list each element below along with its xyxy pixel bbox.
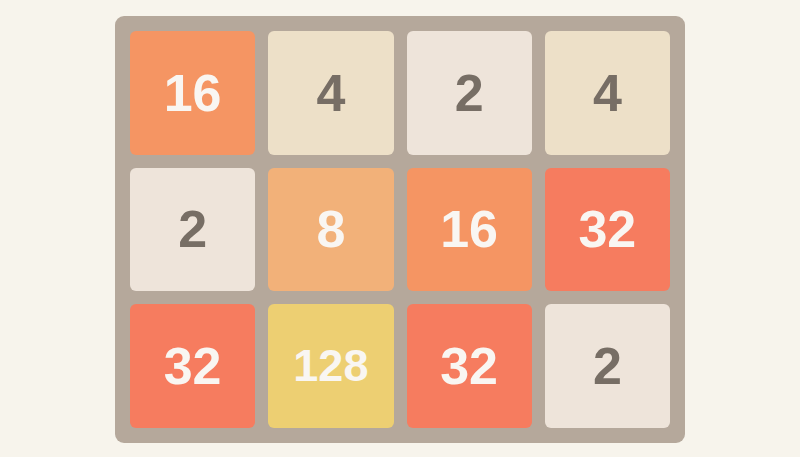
tile-r0c3: 4	[545, 31, 670, 155]
tile-r2c2: 32	[407, 304, 532, 428]
tile-r1c3: 32	[545, 168, 670, 292]
tile-grid: 16 4 2 4 2 8 16 32 32 128 32 2	[130, 31, 670, 428]
tile-r2c3: 2	[545, 304, 670, 428]
tile-r2c1: 128	[268, 304, 393, 428]
tile-r0c1: 4	[268, 31, 393, 155]
tile-r1c0: 2	[130, 168, 255, 292]
tile-r2c0: 32	[130, 304, 255, 428]
tile-r0c2: 2	[407, 31, 532, 155]
tile-r1c1: 8	[268, 168, 393, 292]
tile-r0c0: 16	[130, 31, 255, 155]
tile-r1c2: 16	[407, 168, 532, 292]
game-board-2048[interactable]: 16 4 2 4 2 8 16 32 32 128 32 2	[115, 16, 685, 443]
